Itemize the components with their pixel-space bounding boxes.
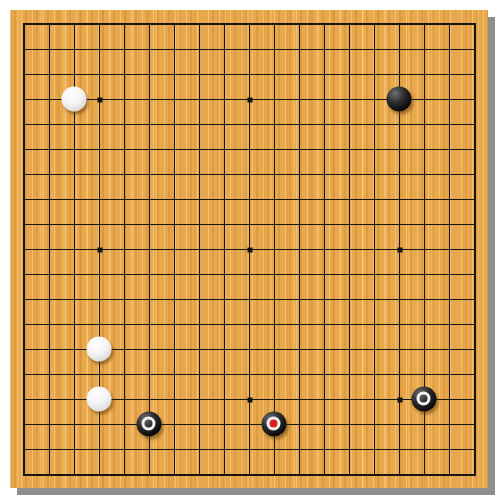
white-stone: ○ — [86, 386, 111, 411]
black-stone: ● — [261, 411, 286, 436]
hoshi-point — [97, 97, 102, 102]
hoshi-point — [247, 397, 252, 402]
white-stone: ○ — [86, 336, 111, 361]
circle-marker — [142, 417, 156, 431]
hoshi-point — [247, 97, 252, 102]
red-circle-marker — [267, 417, 281, 431]
black-stone: ● — [136, 411, 161, 436]
black-stone: ● — [386, 86, 411, 111]
board-grid-lines: ○○○●●●● — [24, 24, 475, 475]
hoshi-point — [97, 247, 102, 252]
white-stone: ○ — [61, 86, 86, 111]
hoshi-point — [397, 247, 402, 252]
black-stone: ● — [411, 386, 436, 411]
hoshi-point — [397, 397, 402, 402]
hoshi-point — [247, 247, 252, 252]
circle-marker — [417, 392, 431, 406]
go-board[interactable]: ○○○●●●● — [10, 10, 488, 488]
